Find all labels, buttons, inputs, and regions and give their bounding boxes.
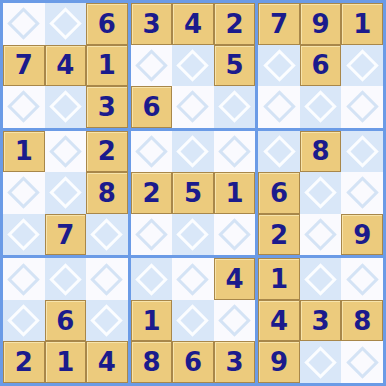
cell-r2c3: 1	[86, 45, 128, 87]
cell-r4c5[interactable]	[172, 131, 214, 173]
cell-r5c9[interactable]	[341, 172, 383, 214]
diamond-mark	[8, 8, 41, 41]
box-r1c2: 8629	[258, 131, 383, 256]
cell-r1c2[interactable]	[45, 3, 87, 45]
cell-r6c4[interactable]	[131, 214, 173, 256]
cell-r9c1: 2	[3, 341, 45, 383]
diamond-mark	[177, 49, 210, 82]
cell-r8c7: 4	[258, 300, 300, 342]
cell-r3c6[interactable]	[214, 86, 256, 128]
diamond-mark	[135, 218, 168, 251]
diamond-mark	[263, 135, 296, 168]
cell-r8c1[interactable]	[3, 300, 45, 342]
cell-r6c6[interactable]	[214, 214, 256, 256]
cell-r2c9[interactable]	[341, 45, 383, 87]
cell-r6c5[interactable]	[172, 214, 214, 256]
cell-r1c4: 3	[131, 3, 173, 45]
cell-r9c4: 8	[131, 341, 173, 383]
cell-r8c4: 1	[131, 300, 173, 342]
diamond-mark	[346, 346, 379, 379]
diamond-mark	[8, 177, 41, 210]
diamond-mark	[49, 8, 82, 41]
box-r1c1: 251	[131, 131, 256, 256]
diamond-mark	[49, 263, 82, 296]
box-r2c0: 6214	[3, 258, 128, 383]
cell-r8c9: 8	[341, 300, 383, 342]
cell-r3c5[interactable]	[172, 86, 214, 128]
cell-r1c1[interactable]	[3, 3, 45, 45]
cell-r4c9[interactable]	[341, 131, 383, 173]
diamond-mark	[346, 135, 379, 168]
box-r0c2: 7916	[258, 3, 383, 128]
diamond-mark	[218, 135, 251, 168]
diamond-mark	[177, 135, 210, 168]
cell-r3c2[interactable]	[45, 86, 87, 128]
diamond-mark	[49, 91, 82, 124]
box-r2c1: 41863	[131, 258, 256, 383]
cell-r3c1[interactable]	[3, 86, 45, 128]
diamond-mark	[135, 49, 168, 82]
sudoku-board: 67413 34256 7916 1287 251 8629 6214 4186…	[0, 0, 386, 386]
cell-r1c7: 7	[258, 3, 300, 45]
diamond-mark	[177, 218, 210, 251]
cell-r3c3: 3	[86, 86, 128, 128]
cell-r7c1[interactable]	[3, 258, 45, 300]
cell-r9c3: 4	[86, 341, 128, 383]
cell-r1c9: 1	[341, 3, 383, 45]
cell-r4c1: 1	[3, 131, 45, 173]
cell-r2c6: 5	[214, 45, 256, 87]
cell-r1c6: 2	[214, 3, 256, 45]
cell-r1c3: 6	[86, 3, 128, 45]
box-r0c0: 67413	[3, 3, 128, 128]
diamond-mark	[177, 91, 210, 124]
cell-r7c6: 4	[214, 258, 256, 300]
diamond-mark	[91, 304, 124, 337]
cell-r7c7: 1	[258, 258, 300, 300]
cell-r4c7[interactable]	[258, 131, 300, 173]
cell-r2c1: 7	[3, 45, 45, 87]
cell-r7c2[interactable]	[45, 258, 87, 300]
diamond-mark	[91, 263, 124, 296]
cell-r8c2: 6	[45, 300, 87, 342]
box-r0c1: 34256	[131, 3, 256, 128]
cell-r8c8: 3	[300, 300, 342, 342]
diamond-mark	[346, 177, 379, 210]
diamond-mark	[8, 91, 41, 124]
cell-r5c5: 5	[172, 172, 214, 214]
diamond-mark	[263, 91, 296, 124]
cell-r9c9[interactable]	[341, 341, 383, 383]
diamond-mark	[8, 304, 41, 337]
cell-r5c4: 2	[131, 172, 173, 214]
box-r1c0: 1287	[3, 131, 128, 256]
cell-r3c8[interactable]	[300, 86, 342, 128]
cell-r9c2: 1	[45, 341, 87, 383]
diamond-mark	[304, 91, 337, 124]
cell-r1c5: 4	[172, 3, 214, 45]
diamond-mark	[49, 177, 82, 210]
diamond-mark	[91, 218, 124, 251]
cell-r5c2[interactable]	[45, 172, 87, 214]
cell-r9c8[interactable]	[300, 341, 342, 383]
cell-r5c1[interactable]	[3, 172, 45, 214]
diamond-mark	[218, 218, 251, 251]
diamond-mark	[304, 263, 337, 296]
diamond-mark	[135, 263, 168, 296]
cell-r3c7[interactable]	[258, 86, 300, 128]
diamond-mark	[218, 91, 251, 124]
cell-r9c5: 6	[172, 341, 214, 383]
cell-r7c4[interactable]	[131, 258, 173, 300]
diamond-mark	[8, 218, 41, 251]
cell-r5c7: 6	[258, 172, 300, 214]
cell-r4c4[interactable]	[131, 131, 173, 173]
cell-r4c2[interactable]	[45, 131, 87, 173]
cell-r7c5[interactable]	[172, 258, 214, 300]
diamond-mark	[8, 263, 41, 296]
diamond-mark	[346, 91, 379, 124]
cell-r2c7[interactable]	[258, 45, 300, 87]
cell-r6c8[interactable]	[300, 214, 342, 256]
cell-r3c4: 6	[131, 86, 173, 128]
cell-r6c7: 2	[258, 214, 300, 256]
cell-r6c1[interactable]	[3, 214, 45, 256]
diamond-mark	[49, 135, 82, 168]
cell-r8c3[interactable]	[86, 300, 128, 342]
diamond-mark	[177, 263, 210, 296]
cell-r2c5[interactable]	[172, 45, 214, 87]
cell-r6c3[interactable]	[86, 214, 128, 256]
cell-r5c6: 1	[214, 172, 256, 214]
cell-r1c8: 9	[300, 3, 342, 45]
cell-r2c8: 6	[300, 45, 342, 87]
diamond-mark	[135, 135, 168, 168]
cell-r9c6: 3	[214, 341, 256, 383]
cell-r8c6[interactable]	[214, 300, 256, 342]
cell-r5c8[interactable]	[300, 172, 342, 214]
diamond-mark	[177, 304, 210, 337]
cell-r3c9[interactable]	[341, 86, 383, 128]
cell-r8c5[interactable]	[172, 300, 214, 342]
diamond-mark	[304, 177, 337, 210]
cell-r2c4[interactable]	[131, 45, 173, 87]
cell-r9c7: 9	[258, 341, 300, 383]
cell-r4c6[interactable]	[214, 131, 256, 173]
cell-r7c3[interactable]	[86, 258, 128, 300]
cell-r5c3: 8	[86, 172, 128, 214]
diamond-mark	[218, 304, 251, 337]
cell-r4c8: 8	[300, 131, 342, 173]
diamond-mark	[263, 49, 296, 82]
cell-r7c8[interactable]	[300, 258, 342, 300]
diamond-mark	[346, 263, 379, 296]
cell-r7c9[interactable]	[341, 258, 383, 300]
cell-r2c2: 4	[45, 45, 87, 87]
box-r2c2: 14389	[258, 258, 383, 383]
diamond-mark	[304, 346, 337, 379]
cell-r6c9: 9	[341, 214, 383, 256]
diamond-mark	[346, 49, 379, 82]
cell-r4c3: 2	[86, 131, 128, 173]
diamond-mark	[304, 218, 337, 251]
cell-r6c2: 7	[45, 214, 87, 256]
